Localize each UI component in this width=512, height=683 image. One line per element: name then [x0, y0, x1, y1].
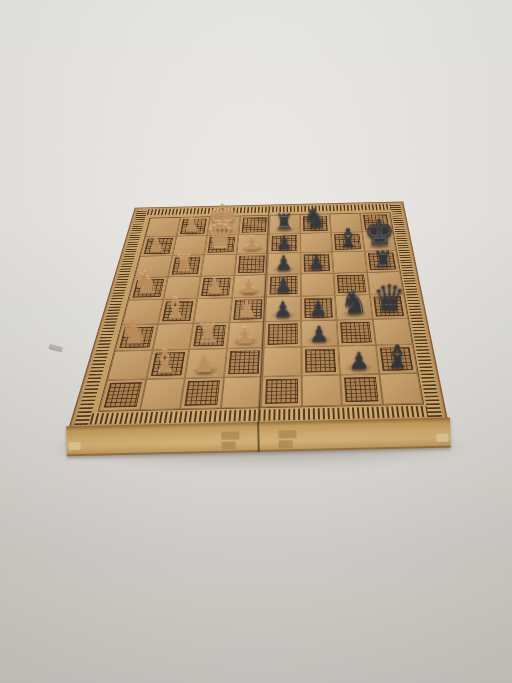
- white-knight: ♞: [131, 268, 159, 299]
- chess-set: ♟♚♜♞♟♛♟♟♝♚♜♟♟♜♞♟♟♟♝♟♟♟♞♛♞♜♟♟♝♟♟♝: [0, 0, 512, 683]
- board-square: [139, 378, 184, 410]
- board-square: ♟: [301, 295, 337, 320]
- black-rook: ♜: [372, 247, 393, 271]
- board-square: ♟: [140, 236, 176, 256]
- board-square: ♟: [338, 345, 379, 374]
- black-pawn: ♟: [307, 252, 325, 272]
- board-square: [261, 375, 302, 407]
- black-pawn: ♟: [348, 349, 369, 373]
- board-square: [180, 377, 224, 409]
- board-square: ♞: [300, 214, 331, 233]
- white-rook: ♜: [196, 321, 220, 347]
- finger-joint: [278, 430, 296, 438]
- board-square: [332, 251, 367, 273]
- black-knight: ♞: [339, 286, 368, 318]
- black-pawn: ♟: [275, 233, 293, 253]
- board-square: [301, 374, 342, 406]
- board-square: [379, 373, 423, 405]
- board-square: ♜: [364, 250, 400, 272]
- white-pawn: ♟: [243, 233, 261, 253]
- board-square: ♝: [146, 349, 189, 379]
- white-pawn: ♟: [193, 353, 214, 377]
- white-pawn: ♟: [237, 299, 257, 321]
- board-square: ♝: [331, 232, 364, 252]
- box-front-seam: [257, 422, 260, 452]
- board-square: [224, 348, 264, 377]
- black-queen: ♛: [373, 280, 407, 318]
- white-pawn: ♟: [205, 276, 224, 297]
- chess-board: ♟♚♜♞♟♛♟♟♝♚♜♟♟♜♞♟♟♟♝♟♟♟♞♛♞♜♟♟♝♟♟♝: [68, 202, 448, 430]
- perspective-scene: ♟♚♜♞♟♛♟♟♝♚♜♟♟♜♞♟♟♟♝♟♟♟♞♛♞♜♟♟♝♟♟♝: [0, 0, 512, 683]
- board-square: ♟: [301, 320, 338, 347]
- white-rook: ♜: [174, 252, 195, 276]
- white-pawn: ♟: [239, 275, 258, 296]
- board-square: [300, 232, 332, 252]
- white-pawn: ♟: [235, 324, 256, 347]
- white-pawn: ♟: [147, 235, 165, 255]
- black-pawn: ♟: [274, 275, 293, 296]
- board-square: [107, 350, 152, 380]
- black-bishop: ♝: [383, 340, 412, 372]
- black-pawn: ♟: [308, 297, 328, 319]
- board-square: [262, 347, 301, 376]
- board-square: [337, 319, 376, 346]
- board-square: ♟: [236, 234, 269, 254]
- white-pawn: ♟: [183, 216, 200, 235]
- corner-joint: [68, 442, 80, 450]
- board-square: ♛: [369, 294, 408, 319]
- white-bishop: ♝: [162, 293, 189, 323]
- board-square: ♟: [197, 275, 234, 298]
- board-square: [201, 254, 236, 276]
- board-square: ♟: [266, 274, 300, 297]
- black-knight: ♞: [302, 204, 327, 232]
- board-square: [99, 379, 146, 411]
- board-square: ♟: [232, 274, 267, 297]
- board-square: [220, 376, 262, 408]
- board-square: ♟: [267, 253, 300, 275]
- black-pawn: ♟: [273, 298, 293, 320]
- finger-joint: [221, 431, 239, 439]
- white-bishop: ♝: [151, 345, 180, 377]
- board-square: ♜: [189, 322, 229, 349]
- board-square: [301, 346, 340, 375]
- board-square: [340, 374, 383, 406]
- board-square: ♟: [265, 296, 301, 321]
- board-square: ♟: [268, 233, 300, 253]
- board-square: ♝: [158, 299, 198, 324]
- black-rook: ♜: [274, 211, 294, 233]
- board-square: ♛: [204, 234, 238, 254]
- white-knight: ♞: [118, 316, 148, 350]
- board-square: [264, 321, 301, 348]
- black-bishop: ♝: [336, 224, 360, 251]
- board-square: ♟: [300, 252, 333, 274]
- corner-joint: [436, 434, 448, 442]
- photo-scene: ♟♚♜♞♟♛♟♟♝♚♜♟♟♜♞♟♟♟♝♟♟♟♞♛♞♜♟♟♝♟♟♝: [0, 0, 512, 683]
- board-square: ♟: [185, 348, 227, 377]
- board-square: [234, 253, 268, 275]
- white-queen: ♛: [205, 220, 235, 254]
- black-pawn: ♟: [309, 322, 330, 345]
- board-top-surface: ♟♚♜♞♟♛♟♟♝♚♜♟♟♜♞♟♟♟♝♟♟♟♞♛♞♜♟♟♝♟♟♝: [68, 202, 448, 430]
- black-pawn: ♟: [274, 253, 292, 273]
- board-square: ♟: [227, 321, 265, 348]
- board-square: ♟: [229, 297, 266, 322]
- finger-joint: [222, 441, 236, 449]
- board-square: [300, 273, 335, 296]
- board-square: ♜: [168, 255, 204, 277]
- board-square: ♞: [335, 295, 372, 320]
- finger-joint: [279, 440, 293, 448]
- board-square: ♝: [375, 344, 417, 373]
